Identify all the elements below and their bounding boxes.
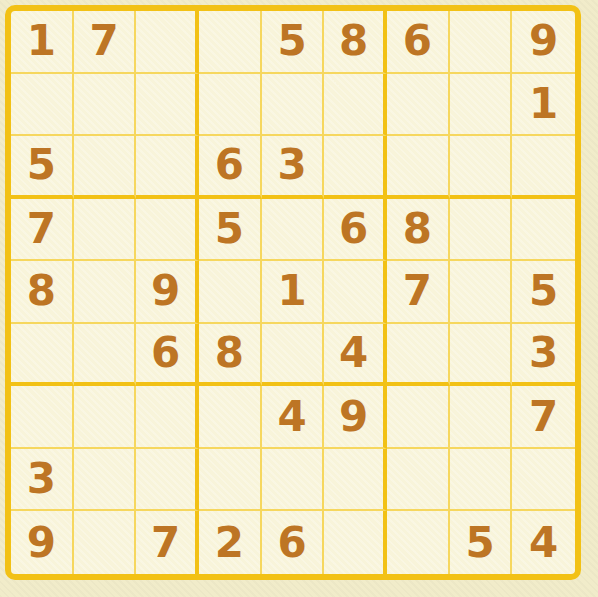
sudoku-cell-r5c2[interactable] — [74, 261, 137, 324]
sudoku-cell-r4c2[interactable] — [74, 199, 137, 262]
sudoku-cell-r6c6[interactable]: 4 — [324, 324, 387, 387]
sudoku-cell-r9c2[interactable] — [74, 511, 137, 574]
given-digit: 4 — [277, 396, 306, 438]
given-digit: 7 — [89, 20, 118, 62]
sudoku-cell-r6c5[interactable] — [262, 324, 325, 387]
sudoku-cell-r9c1[interactable]: 9 — [11, 511, 74, 574]
sudoku-cell-r4c7[interactable]: 8 — [387, 199, 450, 262]
given-digit: 9 — [27, 522, 56, 564]
sudoku-cell-r1c5[interactable]: 5 — [262, 11, 325, 74]
sudoku-cell-r7c1[interactable] — [11, 386, 74, 449]
sudoku-cell-r5c5[interactable]: 1 — [262, 261, 325, 324]
sudoku-cell-r4c6[interactable]: 6 — [324, 199, 387, 262]
sudoku-page: 175869156375688917568434973972654 — [0, 0, 598, 597]
sudoku-cell-r4c3[interactable] — [136, 199, 199, 262]
sudoku-cell-r6c9[interactable]: 3 — [512, 324, 575, 387]
sudoku-cell-r9c8[interactable]: 5 — [450, 511, 513, 574]
given-digit: 6 — [151, 332, 180, 374]
given-digit: 5 — [215, 208, 244, 250]
sudoku-cell-r5c9[interactable]: 5 — [512, 261, 575, 324]
sudoku-board: 175869156375688917568434973972654 — [5, 5, 581, 580]
sudoku-cell-r8c4[interactable] — [199, 449, 262, 512]
sudoku-cell-r7c5[interactable]: 4 — [262, 386, 325, 449]
given-digit: 1 — [529, 83, 558, 125]
sudoku-cell-r3c5[interactable]: 3 — [262, 136, 325, 199]
sudoku-cell-r1c6[interactable]: 8 — [324, 11, 387, 74]
given-digit: 4 — [529, 522, 558, 564]
sudoku-cell-r1c7[interactable]: 6 — [387, 11, 450, 74]
sudoku-cell-r8c7[interactable] — [387, 449, 450, 512]
given-digit: 5 — [529, 270, 558, 312]
sudoku-cell-r3c2[interactable] — [74, 136, 137, 199]
given-digit: 4 — [339, 332, 368, 374]
given-digit: 7 — [529, 396, 558, 438]
sudoku-cell-r2c7[interactable] — [387, 74, 450, 137]
sudoku-cell-r5c8[interactable] — [450, 261, 513, 324]
given-digit: 5 — [277, 20, 306, 62]
sudoku-cell-r2c6[interactable] — [324, 74, 387, 137]
given-digit: 7 — [403, 270, 432, 312]
sudoku-cell-r4c1[interactable]: 7 — [11, 199, 74, 262]
sudoku-cell-r9c7[interactable] — [387, 511, 450, 574]
sudoku-cell-r6c3[interactable]: 6 — [136, 324, 199, 387]
given-digit: 3 — [277, 144, 306, 186]
given-digit: 8 — [403, 208, 432, 250]
sudoku-cell-r2c1[interactable] — [11, 74, 74, 137]
given-digit: 2 — [215, 522, 244, 564]
sudoku-cell-r7c7[interactable] — [387, 386, 450, 449]
sudoku-cell-r7c8[interactable] — [450, 386, 513, 449]
sudoku-cell-r8c6[interactable] — [324, 449, 387, 512]
sudoku-cell-r8c2[interactable] — [74, 449, 137, 512]
sudoku-cell-r5c4[interactable] — [199, 261, 262, 324]
sudoku-cell-r3c6[interactable] — [324, 136, 387, 199]
sudoku-cell-r9c9[interactable]: 4 — [512, 511, 575, 574]
sudoku-cell-r2c3[interactable] — [136, 74, 199, 137]
sudoku-cell-r6c8[interactable] — [450, 324, 513, 387]
sudoku-cell-r7c9[interactable]: 7 — [512, 386, 575, 449]
given-digit: 9 — [339, 396, 368, 438]
given-digit: 7 — [27, 208, 56, 250]
given-digit: 6 — [215, 144, 244, 186]
sudoku-cell-r9c5[interactable]: 6 — [262, 511, 325, 574]
sudoku-cell-r1c8[interactable] — [450, 11, 513, 74]
given-digit: 3 — [529, 332, 558, 374]
given-digit: 5 — [465, 522, 494, 564]
sudoku-cell-r6c4[interactable]: 8 — [199, 324, 262, 387]
sudoku-cell-r1c4[interactable] — [199, 11, 262, 74]
sudoku-cell-r7c6[interactable]: 9 — [324, 386, 387, 449]
given-digit: 3 — [27, 458, 56, 500]
sudoku-cell-r3c9[interactable] — [512, 136, 575, 199]
sudoku-cell-r6c1[interactable] — [11, 324, 74, 387]
given-digit: 9 — [151, 270, 180, 312]
given-digit: 1 — [27, 20, 56, 62]
given-digit: 8 — [339, 20, 368, 62]
sudoku-cell-r8c9[interactable] — [512, 449, 575, 512]
given-digit: 6 — [277, 522, 306, 564]
given-digit: 6 — [403, 20, 432, 62]
given-digit: 8 — [27, 270, 56, 312]
sudoku-cell-r1c1[interactable]: 1 — [11, 11, 74, 74]
sudoku-cell-r6c2[interactable] — [74, 324, 137, 387]
sudoku-cell-r2c2[interactable] — [74, 74, 137, 137]
sudoku-cell-r1c9[interactable]: 9 — [512, 11, 575, 74]
given-digit: 7 — [151, 522, 180, 564]
given-digit: 5 — [27, 144, 56, 186]
sudoku-cell-r7c2[interactable] — [74, 386, 137, 449]
sudoku-cell-r2c4[interactable] — [199, 74, 262, 137]
sudoku-cell-r9c6[interactable] — [324, 511, 387, 574]
sudoku-cell-r3c4[interactable]: 6 — [199, 136, 262, 199]
sudoku-cell-r3c8[interactable] — [450, 136, 513, 199]
sudoku-cell-r8c8[interactable] — [450, 449, 513, 512]
sudoku-cell-r2c8[interactable] — [450, 74, 513, 137]
sudoku-cell-r7c4[interactable] — [199, 386, 262, 449]
sudoku-cell-r3c1[interactable]: 5 — [11, 136, 74, 199]
given-digit: 6 — [339, 208, 368, 250]
sudoku-cell-r4c9[interactable] — [512, 199, 575, 262]
sudoku-cell-r1c3[interactable] — [136, 11, 199, 74]
sudoku-cell-r9c3[interactable]: 7 — [136, 511, 199, 574]
sudoku-cell-r2c5[interactable] — [262, 74, 325, 137]
sudoku-cell-r3c3[interactable] — [136, 136, 199, 199]
sudoku-cell-r5c6[interactable] — [324, 261, 387, 324]
sudoku-cell-r3c7[interactable] — [387, 136, 450, 199]
given-digit: 9 — [529, 20, 558, 62]
sudoku-cell-r4c4[interactable]: 5 — [199, 199, 262, 262]
sudoku-cell-r8c5[interactable] — [262, 449, 325, 512]
sudoku-cell-r4c5[interactable] — [262, 199, 325, 262]
given-digit: 8 — [215, 332, 244, 374]
sudoku-cell-r8c3[interactable] — [136, 449, 199, 512]
sudoku-cell-r8c1[interactable]: 3 — [11, 449, 74, 512]
sudoku-cell-r4c8[interactable] — [450, 199, 513, 262]
sudoku-cell-r2c9[interactable]: 1 — [512, 74, 575, 137]
sudoku-cell-r9c4[interactable]: 2 — [199, 511, 262, 574]
sudoku-cell-r7c3[interactable] — [136, 386, 199, 449]
sudoku-cell-r6c7[interactable] — [387, 324, 450, 387]
given-digit: 1 — [277, 270, 306, 312]
sudoku-cell-r5c7[interactable]: 7 — [387, 261, 450, 324]
sudoku-cell-r5c1[interactable]: 8 — [11, 261, 74, 324]
sudoku-cell-r1c2[interactable]: 7 — [74, 11, 137, 74]
sudoku-cell-r5c3[interactable]: 9 — [136, 261, 199, 324]
